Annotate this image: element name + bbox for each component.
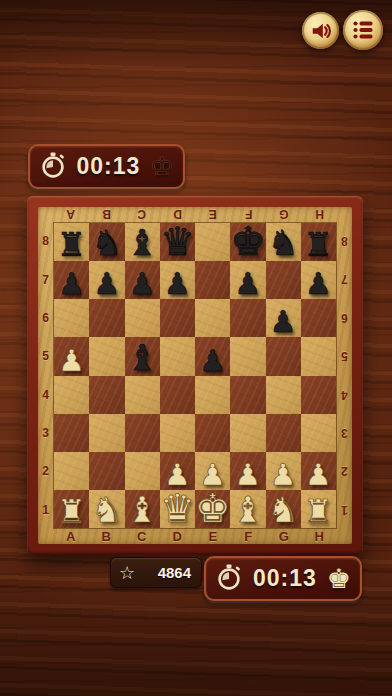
square-g4[interactable] xyxy=(266,376,301,414)
file-label: H xyxy=(302,529,338,544)
square-h6[interactable] xyxy=(301,299,336,337)
piece-black-pawn[interactable]: ♟ xyxy=(164,269,191,299)
square-g6[interactable]: ♟ xyxy=(266,299,301,337)
square-a6[interactable] xyxy=(54,299,89,337)
rank-label: 4 xyxy=(337,376,352,414)
score-badge: ☆ 4864 xyxy=(110,557,202,588)
menu-button[interactable] xyxy=(343,10,383,50)
list-menu-icon xyxy=(351,18,375,42)
square-g7[interactable] xyxy=(266,261,301,299)
rank-label: 2 xyxy=(38,452,53,490)
square-f4[interactable] xyxy=(230,376,265,414)
rank-label: 8 xyxy=(38,222,53,260)
square-b3[interactable] xyxy=(89,414,124,452)
file-label: B xyxy=(89,529,125,544)
square-a1[interactable]: ♜ xyxy=(54,490,89,528)
rank-label: 5 xyxy=(38,337,53,375)
square-h1[interactable]: ♜ xyxy=(301,490,336,528)
rank-label: 7 xyxy=(38,260,53,298)
rank-label: 6 xyxy=(38,299,53,337)
file-label: H xyxy=(302,207,338,222)
square-d4[interactable] xyxy=(160,376,195,414)
square-c8[interactable]: ♝ xyxy=(125,223,160,261)
rank-label: 1 xyxy=(337,491,352,529)
piece-white-bishop[interactable]: ♝ xyxy=(126,492,158,528)
square-b4[interactable] xyxy=(89,376,124,414)
square-h4[interactable] xyxy=(301,376,336,414)
square-f5[interactable] xyxy=(230,337,265,375)
piece-black-knight[interactable]: ♞ xyxy=(267,226,298,261)
square-e7[interactable] xyxy=(195,261,230,299)
square-g3[interactable] xyxy=(266,414,301,452)
square-e8[interactable] xyxy=(195,223,230,261)
piece-black-pawn[interactable]: ♟ xyxy=(234,269,261,299)
square-b7[interactable]: ♟ xyxy=(89,261,124,299)
piece-white-bishop[interactable]: ♝ xyxy=(232,492,264,528)
square-c1[interactable]: ♝ xyxy=(125,490,160,528)
square-h2[interactable]: ♟ xyxy=(301,452,336,490)
piece-white-knight[interactable]: ♞ xyxy=(91,493,122,528)
piece-white-pawn[interactable]: ♟ xyxy=(305,460,332,490)
piece-black-bishop[interactable]: ♝ xyxy=(126,225,158,261)
square-h3[interactable] xyxy=(301,414,336,452)
chess-board: ABCDEFGH ABCDEFGH 87654321 87654321 ♜♞♝♛… xyxy=(27,196,363,555)
piece-black-pawn[interactable]: ♟ xyxy=(270,307,297,337)
square-e1[interactable]: ♚ xyxy=(195,490,230,528)
file-label: G xyxy=(266,529,302,544)
rank-labels-left: 87654321 xyxy=(38,222,53,529)
file-labels-top: ABCDEFGH xyxy=(53,207,337,222)
square-b2[interactable] xyxy=(89,452,124,490)
piece-white-rook[interactable]: ♜ xyxy=(57,495,87,528)
square-c6[interactable] xyxy=(125,299,160,337)
file-label: A xyxy=(53,207,89,222)
square-a4[interactable] xyxy=(54,376,89,414)
square-f2[interactable]: ♟ xyxy=(230,452,265,490)
square-d1[interactable]: ♛ xyxy=(160,490,195,528)
square-c2[interactable] xyxy=(125,452,160,490)
sound-button[interactable] xyxy=(302,12,339,49)
file-label: G xyxy=(266,207,302,222)
file-label: D xyxy=(160,529,196,544)
piece-black-bishop[interactable]: ♝ xyxy=(126,340,158,376)
file-label: E xyxy=(195,529,231,544)
piece-black-pawn[interactable]: ♟ xyxy=(199,346,226,376)
square-c7[interactable]: ♟ xyxy=(125,261,160,299)
piece-white-pawn[interactable]: ♟ xyxy=(270,460,297,490)
square-e3[interactable] xyxy=(195,414,230,452)
square-g8[interactable]: ♞ xyxy=(266,223,301,261)
square-f1[interactable]: ♝ xyxy=(230,490,265,528)
rank-label: 8 xyxy=(337,222,352,260)
white-king-icon: ♚ xyxy=(327,565,351,592)
square-d6[interactable] xyxy=(160,299,195,337)
score-value: 4864 xyxy=(135,564,191,581)
rank-label: 2 xyxy=(337,452,352,490)
rank-label: 4 xyxy=(38,376,53,414)
piece-black-king[interactable]: ♚ xyxy=(230,221,266,261)
square-a3[interactable] xyxy=(54,414,89,452)
square-a7[interactable]: ♟ xyxy=(54,261,89,299)
file-label: F xyxy=(231,529,267,544)
square-a2[interactable] xyxy=(54,452,89,490)
piece-black-rook[interactable]: ♜ xyxy=(57,228,87,261)
speaker-icon xyxy=(310,20,332,42)
star-icon: ☆ xyxy=(119,564,135,582)
file-label: A xyxy=(53,529,89,544)
board-frame: ABCDEFGH ABCDEFGH 87654321 87654321 ♜♞♝♛… xyxy=(38,207,352,544)
piece-white-knight[interactable]: ♞ xyxy=(267,493,298,528)
rank-label: 1 xyxy=(38,491,53,529)
black-king-icon: ♚ xyxy=(150,153,174,180)
piece-white-rook[interactable]: ♜ xyxy=(304,495,334,528)
rank-label: 6 xyxy=(337,299,352,337)
piece-white-pawn[interactable]: ♟ xyxy=(58,346,85,376)
square-c5[interactable]: ♝ xyxy=(125,337,160,375)
file-label: C xyxy=(124,529,160,544)
stopwatch-icon xyxy=(39,151,67,183)
square-h8[interactable]: ♜ xyxy=(301,223,336,261)
square-d7[interactable]: ♟ xyxy=(160,261,195,299)
square-b5[interactable] xyxy=(89,337,124,375)
square-f6[interactable] xyxy=(230,299,265,337)
square-d5[interactable] xyxy=(160,337,195,375)
square-a5[interactable]: ♟ xyxy=(54,337,89,375)
file-label: E xyxy=(195,207,231,222)
square-b1[interactable]: ♞ xyxy=(89,490,124,528)
piece-white-queen[interactable]: ♛ xyxy=(160,489,195,528)
square-b8[interactable]: ♞ xyxy=(89,223,124,261)
game-screen: 00:13 ♚ ABCDEFGH ABCDEFGH 87654321 87654… xyxy=(0,0,392,696)
piece-white-pawn[interactable]: ♟ xyxy=(234,460,261,490)
rank-labels-right: 87654321 xyxy=(337,222,352,529)
square-g5[interactable] xyxy=(266,337,301,375)
white-player-timer: 00:13 ♚ xyxy=(204,556,362,601)
piece-black-rook[interactable]: ♜ xyxy=(304,228,334,261)
square-d3[interactable] xyxy=(160,414,195,452)
rank-label: 3 xyxy=(337,414,352,452)
square-c4[interactable] xyxy=(125,376,160,414)
piece-black-knight[interactable]: ♞ xyxy=(91,226,122,261)
square-g1[interactable]: ♞ xyxy=(266,490,301,528)
square-d8[interactable]: ♛ xyxy=(160,223,195,261)
piece-black-pawn[interactable]: ♟ xyxy=(129,269,156,299)
square-b6[interactable] xyxy=(89,299,124,337)
piece-black-queen[interactable]: ♛ xyxy=(160,222,195,261)
square-g2[interactable]: ♟ xyxy=(266,452,301,490)
rank-label: 5 xyxy=(337,337,352,375)
piece-white-king[interactable]: ♚ xyxy=(195,488,231,528)
square-f8[interactable]: ♚ xyxy=(230,223,265,261)
file-label: C xyxy=(124,207,160,222)
square-c3[interactable] xyxy=(125,414,160,452)
rank-label: 3 xyxy=(38,414,53,452)
white-timer-value: 00:13 xyxy=(243,565,327,592)
square-d2[interactable]: ♟ xyxy=(160,452,195,490)
square-h5[interactable] xyxy=(301,337,336,375)
square-a8[interactable]: ♜ xyxy=(54,223,89,261)
file-label: B xyxy=(89,207,125,222)
square-e6[interactable] xyxy=(195,299,230,337)
black-timer-value: 00:13 xyxy=(67,153,150,180)
square-h7[interactable]: ♟ xyxy=(301,261,336,299)
square-e4[interactable] xyxy=(195,376,230,414)
rank-label: 7 xyxy=(337,260,352,298)
square-f3[interactable] xyxy=(230,414,265,452)
piece-black-pawn[interactable]: ♟ xyxy=(58,269,85,299)
black-player-timer: 00:13 ♚ xyxy=(28,144,185,189)
square-f7[interactable]: ♟ xyxy=(230,261,265,299)
piece-black-pawn[interactable]: ♟ xyxy=(305,269,332,299)
piece-black-pawn[interactable]: ♟ xyxy=(93,269,120,299)
file-labels-bottom: ABCDEFGH xyxy=(53,529,337,544)
stopwatch-icon xyxy=(215,563,243,595)
square-e5[interactable]: ♟ xyxy=(195,337,230,375)
board-squares: ♜♞♝♛♚♞♜♟♟♟♟♟♟♟♟♝♟♟♟♟♟♟♜♞♝♛♚♝♞♜ xyxy=(53,222,337,529)
